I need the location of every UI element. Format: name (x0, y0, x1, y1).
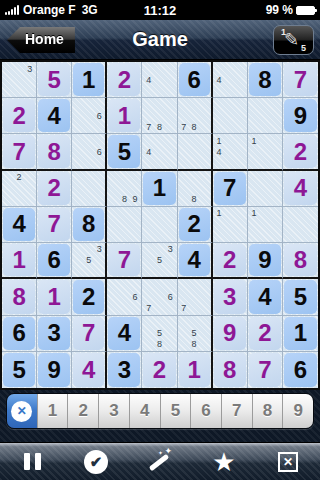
cell-r1c7[interactable]: 4 (213, 62, 248, 98)
cell-r7c8[interactable]: 4 (248, 279, 283, 315)
pencil-marks: 1 (249, 208, 281, 241)
cell-r7c5[interactable]: 67 (142, 279, 177, 315)
pencil-marks: 8 (179, 172, 210, 205)
cell-r1c5[interactable]: 4 (142, 62, 177, 98)
pencil-marks: 2 (3, 172, 35, 205)
given-digit: 4 (249, 280, 281, 313)
cell-r4c5[interactable]: 1 (142, 171, 177, 207)
user-digit: 2 (214, 244, 246, 276)
cell-r5c1[interactable]: 4 (2, 207, 37, 243)
given-digit: 9 (249, 244, 281, 276)
pencil-marks: 6 (73, 99, 104, 132)
cell-r1c3[interactable]: 1 (72, 62, 107, 98)
cell-r6c1[interactable]: 1 (2, 243, 37, 279)
cell-r8c9[interactable]: 1 (283, 316, 318, 352)
user-digit: 8 (284, 244, 317, 276)
pencil-marks: 14 (214, 135, 246, 167)
given-digit: 1 (73, 63, 104, 96)
close-button[interactable]: ✕ (268, 446, 308, 478)
pencil-marks: 78 (143, 99, 175, 132)
cell-r8c8[interactable]: 2 (248, 316, 283, 352)
cell-r2c9[interactable]: 9 (283, 98, 318, 134)
pencil-marks: 67 (143, 280, 175, 313)
user-digit: 2 (143, 353, 175, 387)
cell-r6c3[interactable]: 35 (72, 243, 107, 279)
hint-wand-button[interactable]: ✦ ✦ (140, 446, 180, 478)
cell-r6c6[interactable]: 4 (178, 243, 213, 279)
user-digit: 1 (3, 244, 35, 276)
cell-r5c6[interactable]: 2 (178, 207, 213, 243)
cell-r3c6[interactable] (178, 134, 213, 170)
user-digit: 2 (38, 172, 70, 205)
cell-r4c6[interactable]: 8 (178, 171, 213, 207)
cell-r3c5[interactable]: 4 (142, 134, 177, 170)
cell-r3c9[interactable]: 2 (283, 134, 318, 170)
pencil-marks: 35 (73, 244, 104, 276)
bottom-toolbar: ✔ ✦ ✦ ★ ✕ (0, 442, 320, 480)
pencil-marks: 1 (214, 208, 246, 241)
given-digit: 5 (3, 353, 35, 387)
cell-r8c2[interactable]: 3 (37, 316, 72, 352)
cell-r7c4[interactable]: 6 (107, 279, 142, 315)
pencil-marks: 35 (143, 244, 175, 276)
user-digit: 7 (284, 63, 317, 96)
bookmark-button[interactable]: ★ (204, 446, 244, 478)
battery-icon (296, 6, 315, 15)
star-icon: ★ (212, 449, 235, 475)
given-digit: 2 (179, 208, 210, 241)
pencil-marks: 4 (143, 135, 175, 167)
cell-r7c1[interactable]: 8 (2, 279, 37, 315)
magic-wand-icon: ✦ ✦ (146, 448, 174, 476)
number-key-2[interactable]: 2 (67, 394, 98, 428)
status-bar: Orange F 3G 11:12 99 % (0, 0, 320, 20)
given-digit: 8 (73, 208, 104, 241)
cell-r4c7[interactable]: 7 (213, 171, 248, 207)
user-digit: 7 (73, 317, 104, 350)
cell-r1c1[interactable]: 3 (2, 62, 37, 98)
pencil-marks: 1 (249, 135, 281, 167)
user-digit: 7 (3, 135, 35, 167)
pencil-marks: 3 (3, 63, 35, 96)
user-digit: 4 (284, 172, 317, 205)
user-digit: 5 (38, 63, 70, 96)
number-key-1[interactable]: 1 (37, 394, 68, 428)
pencil-notes-button[interactable]: 1 ✎ 5 (273, 25, 314, 55)
sudoku-board: 3512464872461787897865414122289187447821… (0, 60, 320, 390)
number-key-4[interactable]: 4 (129, 394, 160, 428)
given-digit: 4 (38, 99, 70, 132)
number-key-3[interactable]: 3 (98, 394, 129, 428)
cell-r9c2[interactable]: 9 (37, 352, 72, 388)
cell-r2c5[interactable]: 78 (142, 98, 177, 134)
cell-r5c2[interactable]: 7 (37, 207, 72, 243)
cell-r1c8[interactable]: 8 (248, 62, 283, 98)
cell-r4c9[interactable]: 4 (283, 171, 318, 207)
navigation-bar: Home Game 1 ✎ 5 (0, 20, 320, 60)
pencil-marks: 7 (179, 280, 210, 313)
cell-r7c6[interactable]: 7 (178, 279, 213, 315)
cell-r2c1[interactable]: 2 (2, 98, 37, 134)
user-digit: 1 (179, 353, 210, 387)
number-key-5[interactable]: 5 (160, 394, 191, 428)
cell-r2c6[interactable]: 78 (178, 98, 213, 134)
given-digit: 9 (284, 99, 317, 132)
number-key-7[interactable]: 7 (221, 394, 252, 428)
cell-r1c2[interactable]: 5 (37, 62, 72, 98)
cell-r4c1[interactable]: 2 (2, 171, 37, 207)
cell-r5c9[interactable] (283, 207, 318, 243)
given-digit: 3 (38, 317, 70, 350)
given-digit: 3 (108, 353, 140, 387)
pencil-marks: 58 (143, 317, 175, 350)
pencil-marks: 89 (108, 172, 140, 205)
cell-r2c3[interactable]: 6 (72, 98, 107, 134)
user-digit: 8 (38, 135, 70, 167)
cell-r1c4[interactable]: 2 (107, 62, 142, 98)
given-digit: 5 (284, 280, 317, 313)
cell-r9c5[interactable]: 2 (142, 352, 177, 388)
number-bar: ✕123456789 (6, 393, 314, 429)
user-digit: 2 (249, 317, 281, 350)
user-digit: 7 (249, 353, 281, 387)
given-digit: 8 (249, 63, 281, 96)
cell-r7c2[interactable]: 1 (37, 279, 72, 315)
pencil-marks: 4 (214, 63, 246, 96)
user-digit: 1 (108, 99, 140, 132)
cell-r6c7[interactable]: 2 (213, 243, 248, 279)
cell-r8c1[interactable]: 6 (2, 316, 37, 352)
cell-r9c6[interactable]: 1 (178, 352, 213, 388)
cell-r6c5[interactable]: 35 (142, 243, 177, 279)
pencil-marks: 4 (143, 63, 175, 96)
given-digit: 5 (108, 135, 140, 167)
cell-r7c9[interactable]: 5 (283, 279, 318, 315)
pencil-marks: 6 (73, 135, 104, 167)
user-digit: 4 (73, 353, 104, 387)
given-digit: 4 (3, 208, 35, 241)
cell-r7c3[interactable]: 2 (72, 279, 107, 315)
cell-r5c5[interactable] (142, 207, 177, 243)
pencil-icon: ✎ (284, 29, 299, 51)
cell-r4c3[interactable] (72, 171, 107, 207)
cell-r2c8[interactable] (248, 98, 283, 134)
cell-r9c9[interactable]: 6 (283, 352, 318, 388)
pause-button[interactable] (12, 446, 52, 478)
given-digit: 6 (3, 317, 35, 350)
user-digit: 9 (214, 317, 246, 350)
number-key-9[interactable]: 9 (282, 394, 313, 428)
user-digit: 7 (38, 208, 70, 241)
cell-r5c4[interactable] (107, 207, 142, 243)
cell-r9c3[interactable]: 4 (72, 352, 107, 388)
given-digit: 4 (179, 244, 210, 276)
boxed-x-icon: ✕ (278, 452, 298, 472)
cell-r2c4[interactable]: 1 (107, 98, 142, 134)
user-digit: 8 (214, 353, 246, 387)
given-digit: 6 (38, 244, 70, 276)
number-key-8[interactable]: 8 (252, 394, 283, 428)
given-digit: 1 (284, 317, 317, 350)
given-digit: 6 (179, 63, 210, 96)
page-title: Game (0, 28, 320, 51)
user-digit: 8 (3, 280, 35, 313)
given-digit: 2 (73, 280, 104, 313)
cell-r5c8[interactable]: 1 (248, 207, 283, 243)
cell-r3c4[interactable]: 5 (107, 134, 142, 170)
erase-x-icon: ✕ (11, 401, 32, 422)
given-digit: 7 (214, 172, 246, 205)
given-digit: 6 (284, 353, 317, 387)
cell-r3c1[interactable]: 7 (2, 134, 37, 170)
cell-r9c4[interactable]: 3 (107, 352, 142, 388)
check-icon: ✔ (84, 450, 108, 474)
cell-r6c4[interactable]: 7 (107, 243, 142, 279)
cell-r4c8[interactable] (248, 171, 283, 207)
user-digit: 2 (3, 99, 35, 132)
cell-r8c6[interactable]: 58 (178, 316, 213, 352)
cell-r9c1[interactable]: 5 (2, 352, 37, 388)
cell-r8c3[interactable]: 7 (72, 316, 107, 352)
cell-r3c3[interactable]: 6 (72, 134, 107, 170)
user-digit: 7 (108, 244, 140, 276)
pencil-marks: 78 (179, 99, 210, 132)
user-digit: 2 (108, 63, 140, 96)
given-digit: 1 (143, 172, 175, 205)
pencil-marks: 6 (108, 280, 140, 313)
user-digit: 1 (38, 280, 70, 313)
cell-r3c8[interactable]: 1 (248, 134, 283, 170)
cell-r2c7[interactable] (213, 98, 248, 134)
pencil-bottom-digit: 5 (301, 43, 306, 53)
cell-r6c2[interactable]: 6 (37, 243, 72, 279)
cell-r4c4[interactable]: 89 (107, 171, 142, 207)
cell-r3c7[interactable]: 14 (213, 134, 248, 170)
cell-r8c5[interactable]: 58 (142, 316, 177, 352)
cell-r2c2[interactable]: 4 (37, 98, 72, 134)
cell-r3c2[interactable]: 8 (37, 134, 72, 170)
cell-r8c4[interactable]: 4 (107, 316, 142, 352)
check-button[interactable]: ✔ (76, 446, 116, 478)
number-key-6[interactable]: 6 (190, 394, 221, 428)
cell-r8c7[interactable]: 9 (213, 316, 248, 352)
pencil-marks: 58 (179, 317, 210, 350)
erase-key[interactable]: ✕ (7, 394, 37, 428)
cell-r6c8[interactable]: 9 (248, 243, 283, 279)
pause-icon (24, 453, 41, 470)
cell-r9c7[interactable]: 8 (213, 352, 248, 388)
battery-percent-label: 99 % (266, 3, 293, 17)
cell-r4c2[interactable]: 2 (37, 171, 72, 207)
user-digit: 2 (284, 135, 317, 167)
user-digit: 3 (214, 280, 246, 313)
cell-r9c8[interactable]: 7 (248, 352, 283, 388)
cell-r6c9[interactable]: 8 (283, 243, 318, 279)
cell-r5c7[interactable]: 1 (213, 207, 248, 243)
cell-r1c6[interactable]: 6 (178, 62, 213, 98)
given-digit: 9 (38, 353, 70, 387)
given-digit: 4 (108, 317, 140, 350)
cell-r7c7[interactable]: 3 (213, 279, 248, 315)
cell-r1c9[interactable]: 7 (283, 62, 318, 98)
cell-r5c3[interactable]: 8 (72, 207, 107, 243)
